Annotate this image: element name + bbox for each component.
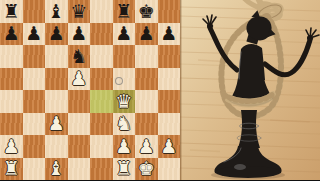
square-c7[interactable]: ♟ xyxy=(45,23,68,46)
square-h6[interactable] xyxy=(158,45,181,68)
piece-white-bishop[interactable]: ♝ xyxy=(48,159,65,178)
square-c4[interactable] xyxy=(45,90,68,113)
square-e8[interactable] xyxy=(90,0,113,23)
square-c6[interactable] xyxy=(45,45,68,68)
square-h5[interactable] xyxy=(158,68,181,91)
piece-black-queen[interactable]: ♛ xyxy=(70,1,87,20)
square-c3[interactable]: ♟ xyxy=(45,113,68,136)
square-e1[interactable] xyxy=(90,158,113,181)
square-b5[interactable] xyxy=(23,68,46,91)
square-e2[interactable] xyxy=(90,135,113,158)
square-d2[interactable] xyxy=(68,135,91,158)
square-b1[interactable] xyxy=(23,158,46,181)
piece-white-pawn[interactable]: ♟ xyxy=(138,136,155,155)
square-b3[interactable] xyxy=(23,113,46,136)
square-h4[interactable] xyxy=(158,90,181,113)
square-b2[interactable] xyxy=(23,135,46,158)
piece-black-rook[interactable]: ♜ xyxy=(3,1,20,20)
square-e5[interactable] xyxy=(90,68,113,91)
square-a3[interactable] xyxy=(0,113,23,136)
square-d5[interactable]: ♟ xyxy=(68,68,91,91)
square-f5[interactable] xyxy=(113,68,136,91)
square-d1[interactable] xyxy=(68,158,91,181)
piece-black-pawn[interactable]: ♟ xyxy=(70,24,87,43)
piece-white-pawn[interactable]: ♟ xyxy=(48,114,65,133)
piece-white-pawn[interactable]: ♟ xyxy=(70,69,87,88)
square-a2[interactable]: ♟ xyxy=(0,135,23,158)
square-h3[interactable] xyxy=(158,113,181,136)
square-d3[interactable] xyxy=(68,113,91,136)
piece-black-knight[interactable]: ♞ xyxy=(70,46,87,65)
video-thumbnail: ♜♝♛♜♚♟♟♟♟♟♟♟♞♟♛♟♞♟♟♟♟♜♝♜♚ xyxy=(0,0,320,180)
square-d8[interactable]: ♛ xyxy=(68,0,91,23)
square-h2[interactable]: ♟ xyxy=(158,135,181,158)
square-f2[interactable]: ♟ xyxy=(113,135,136,158)
square-e7[interactable] xyxy=(90,23,113,46)
square-a8[interactable]: ♜ xyxy=(0,0,23,23)
square-d7[interactable]: ♟ xyxy=(68,23,91,46)
square-c8[interactable]: ♝ xyxy=(45,0,68,23)
piece-white-king[interactable]: ♚ xyxy=(138,159,155,178)
square-d4[interactable] xyxy=(68,90,91,113)
piece-black-rook[interactable]: ♜ xyxy=(115,1,132,20)
piece-white-pawn[interactable]: ♟ xyxy=(160,136,177,155)
square-g7[interactable]: ♟ xyxy=(135,23,158,46)
square-c1[interactable]: ♝ xyxy=(45,158,68,181)
square-f3[interactable]: ♞ xyxy=(113,113,136,136)
square-c2[interactable] xyxy=(45,135,68,158)
square-b6[interactable] xyxy=(23,45,46,68)
square-b7[interactable]: ♟ xyxy=(23,23,46,46)
square-g8[interactable]: ♚ xyxy=(135,0,158,23)
square-d6[interactable]: ♞ xyxy=(68,45,91,68)
square-b4[interactable] xyxy=(23,90,46,113)
square-h1[interactable] xyxy=(158,158,181,181)
square-g6[interactable] xyxy=(135,45,158,68)
hanged-king-panel xyxy=(180,0,320,180)
piece-black-pawn[interactable]: ♟ xyxy=(160,24,177,43)
square-a4[interactable] xyxy=(0,90,23,113)
square-f7[interactable]: ♟ xyxy=(113,23,136,46)
square-c5[interactable] xyxy=(45,68,68,91)
square-f4[interactable]: ♛ xyxy=(113,90,136,113)
piece-black-pawn[interactable]: ♟ xyxy=(25,24,42,43)
square-e6[interactable] xyxy=(90,45,113,68)
piece-white-rook[interactable]: ♜ xyxy=(115,159,132,178)
square-a6[interactable] xyxy=(0,45,23,68)
square-f6[interactable] xyxy=(113,45,136,68)
hanged-king-illustration xyxy=(180,0,320,180)
square-h7[interactable]: ♟ xyxy=(158,23,181,46)
piece-white-rook[interactable]: ♜ xyxy=(3,159,20,178)
square-b8[interactable] xyxy=(23,0,46,23)
square-h8[interactable] xyxy=(158,0,181,23)
chess-board: ♜♝♛♜♚♟♟♟♟♟♟♟♞♟♛♟♞♟♟♟♟♜♝♜♚ xyxy=(0,0,180,180)
square-a7[interactable]: ♟ xyxy=(0,23,23,46)
piece-black-pawn[interactable]: ♟ xyxy=(3,24,20,43)
piece-white-queen[interactable]: ♛ xyxy=(115,91,132,110)
square-g1[interactable]: ♚ xyxy=(135,158,158,181)
square-e4[interactable] xyxy=(90,90,113,113)
square-a5[interactable] xyxy=(0,68,23,91)
square-a1[interactable]: ♜ xyxy=(0,158,23,181)
square-e3[interactable] xyxy=(90,113,113,136)
piece-white-knight[interactable]: ♞ xyxy=(115,114,132,133)
square-g2[interactable]: ♟ xyxy=(135,135,158,158)
piece-black-king[interactable]: ♚ xyxy=(138,1,155,20)
piece-white-pawn[interactable]: ♟ xyxy=(3,136,20,155)
square-f1[interactable]: ♜ xyxy=(113,158,136,181)
piece-black-pawn[interactable]: ♟ xyxy=(138,24,155,43)
square-g3[interactable] xyxy=(135,113,158,136)
square-f8[interactable]: ♜ xyxy=(113,0,136,23)
piece-black-bishop[interactable]: ♝ xyxy=(48,1,65,20)
piece-torso xyxy=(238,44,265,80)
piece-black-pawn[interactable]: ♟ xyxy=(48,24,65,43)
square-g4[interactable] xyxy=(135,90,158,113)
panel-divider xyxy=(180,0,181,180)
piece-white-pawn[interactable]: ♟ xyxy=(115,136,132,155)
square-g5[interactable] xyxy=(135,68,158,91)
piece-black-pawn[interactable]: ♟ xyxy=(115,24,132,43)
